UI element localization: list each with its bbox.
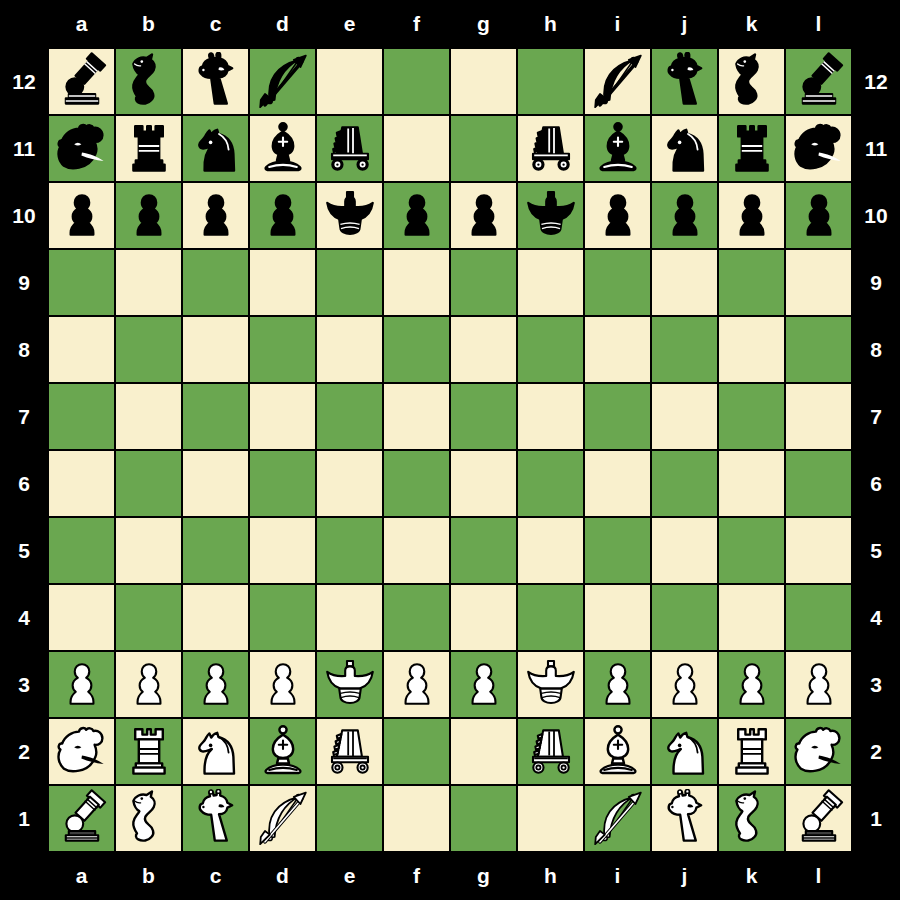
piece-black-bishop[interactable] xyxy=(253,119,313,179)
square-d12[interactable] xyxy=(249,48,316,115)
rank-label-left-4: 4 xyxy=(18,606,30,630)
piece-white-machine[interactable] xyxy=(521,722,581,782)
square-b4[interactable] xyxy=(115,584,182,651)
square-l3[interactable] xyxy=(785,651,852,718)
square-f12[interactable] xyxy=(383,48,450,115)
square-k8[interactable] xyxy=(718,316,785,383)
piece-black-pawn[interactable] xyxy=(56,190,108,242)
square-a8[interactable] xyxy=(48,316,115,383)
black-pawn-icon xyxy=(592,190,644,242)
square-g10[interactable] xyxy=(450,182,517,249)
piece-black-royal[interactable] xyxy=(318,186,382,246)
square-i12[interactable] xyxy=(584,48,651,115)
square-g2[interactable] xyxy=(450,718,517,785)
white-machine-icon xyxy=(320,722,380,782)
piece-black-machine[interactable] xyxy=(320,119,380,179)
rank-label-right-9: 9 xyxy=(870,271,882,295)
square-g6[interactable] xyxy=(450,450,517,517)
square-c12[interactable] xyxy=(182,48,249,115)
black-bishop-icon xyxy=(253,119,313,179)
square-l11[interactable] xyxy=(785,115,852,182)
square-l1[interactable] xyxy=(785,785,852,852)
square-i6[interactable] xyxy=(584,450,651,517)
piece-white-pawn[interactable] xyxy=(123,659,175,711)
square-f10[interactable] xyxy=(383,182,450,249)
square-i4[interactable] xyxy=(584,584,651,651)
square-g1[interactable] xyxy=(450,785,517,852)
square-h5[interactable] xyxy=(517,517,584,584)
piece-white-rook[interactable] xyxy=(119,722,179,782)
square-k10[interactable] xyxy=(718,182,785,249)
square-d8[interactable] xyxy=(249,316,316,383)
piece-white-elephant[interactable] xyxy=(789,722,849,782)
square-l8[interactable] xyxy=(785,316,852,383)
square-c5[interactable] xyxy=(182,517,249,584)
file-label-bottom-j: j xyxy=(682,864,688,888)
piece-black-pawn[interactable] xyxy=(592,190,644,242)
square-g12[interactable] xyxy=(450,48,517,115)
rank-label-left-9: 9 xyxy=(18,271,30,295)
square-e8[interactable] xyxy=(316,316,383,383)
square-i7[interactable] xyxy=(584,383,651,450)
white-knight-icon xyxy=(655,722,715,782)
rank-label-right-2: 2 xyxy=(870,740,882,764)
rank-labels-right: 121110987654321 xyxy=(852,48,900,852)
square-j11[interactable] xyxy=(651,115,718,182)
black-pawn-icon xyxy=(458,190,510,242)
square-l10[interactable] xyxy=(785,182,852,249)
piece-black-machine[interactable] xyxy=(521,119,581,179)
white-pawn-icon xyxy=(659,659,711,711)
rank-label-left-11: 11 xyxy=(13,137,35,161)
square-e4[interactable] xyxy=(316,584,383,651)
square-j10[interactable] xyxy=(651,182,718,249)
square-b3[interactable] xyxy=(115,651,182,718)
square-c8[interactable] xyxy=(182,316,249,383)
square-a1[interactable] xyxy=(48,785,115,852)
piece-white-royal[interactable] xyxy=(318,655,382,715)
square-g9[interactable] xyxy=(450,249,517,316)
square-l2[interactable] xyxy=(785,718,852,785)
file-label-bottom-f: f xyxy=(413,864,420,888)
file-label-top-d: d xyxy=(276,12,289,36)
square-g3[interactable] xyxy=(450,651,517,718)
piece-white-pawn[interactable] xyxy=(190,659,242,711)
rank-label-right-1: 1 xyxy=(870,807,882,831)
white-bow-icon xyxy=(253,789,313,849)
black-pawn-icon xyxy=(257,190,309,242)
square-c2[interactable] xyxy=(182,718,249,785)
piece-black-pawn[interactable] xyxy=(659,190,711,242)
black-cannon-icon xyxy=(52,52,112,112)
piece-black-knight[interactable] xyxy=(186,119,246,179)
rank-label-left-6: 6 xyxy=(18,472,30,496)
square-l6[interactable] xyxy=(785,450,852,517)
square-e11[interactable] xyxy=(316,115,383,182)
rank-label-left-7: 7 xyxy=(18,405,30,429)
square-l9[interactable] xyxy=(785,249,852,316)
white-elephant-icon xyxy=(52,722,112,782)
piece-black-rook[interactable] xyxy=(119,119,179,179)
square-i2[interactable] xyxy=(584,718,651,785)
square-b1[interactable] xyxy=(115,785,182,852)
white-pawn-icon xyxy=(56,659,108,711)
rank-label-right-7: 7 xyxy=(870,405,882,429)
square-c6[interactable] xyxy=(182,450,249,517)
file-label-bottom-e: e xyxy=(344,864,356,888)
piece-black-elephant[interactable] xyxy=(789,119,849,179)
square-a12[interactable] xyxy=(48,48,115,115)
piece-white-bow[interactable] xyxy=(588,789,648,849)
piece-black-rook[interactable] xyxy=(722,119,782,179)
square-d1[interactable] xyxy=(249,785,316,852)
file-label-top-a: a xyxy=(76,12,88,36)
black-machine-icon xyxy=(521,119,581,179)
white-pawn-icon xyxy=(190,659,242,711)
square-d3[interactable] xyxy=(249,651,316,718)
white-royal-icon xyxy=(318,655,382,715)
file-label-bottom-l: l xyxy=(816,864,822,888)
piece-white-camel[interactable] xyxy=(119,789,179,849)
square-h3[interactable] xyxy=(517,651,584,718)
file-label-top-c: c xyxy=(210,12,222,36)
square-g8[interactable] xyxy=(450,316,517,383)
square-j9[interactable] xyxy=(651,249,718,316)
square-k7[interactable] xyxy=(718,383,785,450)
square-h7[interactable] xyxy=(517,383,584,450)
piece-black-giraffe[interactable] xyxy=(655,52,715,112)
black-knight-icon xyxy=(655,119,715,179)
white-giraffe-icon xyxy=(186,789,246,849)
rank-label-left-5: 5 xyxy=(18,539,30,563)
rank-label-right-5: 5 xyxy=(870,539,882,563)
square-g5[interactable] xyxy=(450,517,517,584)
square-e10[interactable] xyxy=(316,182,383,249)
black-pawn-icon xyxy=(56,190,108,242)
black-pawn-icon xyxy=(391,190,443,242)
square-l4[interactable] xyxy=(785,584,852,651)
piece-black-pawn[interactable] xyxy=(726,190,778,242)
square-f6[interactable] xyxy=(383,450,450,517)
square-e3[interactable] xyxy=(316,651,383,718)
square-a9[interactable] xyxy=(48,249,115,316)
piece-black-knight[interactable] xyxy=(655,119,715,179)
square-j12[interactable] xyxy=(651,48,718,115)
square-f3[interactable] xyxy=(383,651,450,718)
square-h9[interactable] xyxy=(517,249,584,316)
black-bow-icon xyxy=(253,52,313,112)
file-label-bottom-g: g xyxy=(477,864,490,888)
square-d11[interactable] xyxy=(249,115,316,182)
square-a11[interactable] xyxy=(48,115,115,182)
file-label-bottom-i: i xyxy=(615,864,621,888)
black-camel-icon xyxy=(119,52,179,112)
square-j3[interactable] xyxy=(651,651,718,718)
piece-black-cannon[interactable] xyxy=(789,52,849,112)
square-a7[interactable] xyxy=(48,383,115,450)
black-cannon-icon xyxy=(789,52,849,112)
white-elephant-icon xyxy=(789,722,849,782)
rank-label-right-3: 3 xyxy=(870,673,882,697)
square-c1[interactable] xyxy=(182,785,249,852)
file-label-top-b: b xyxy=(142,12,155,36)
square-b6[interactable] xyxy=(115,450,182,517)
square-k4[interactable] xyxy=(718,584,785,651)
square-l12[interactable] xyxy=(785,48,852,115)
piece-white-pawn[interactable] xyxy=(793,659,845,711)
file-label-top-k: k xyxy=(746,12,758,36)
file-label-top-i: i xyxy=(615,12,621,36)
white-pawn-icon xyxy=(123,659,175,711)
square-f11[interactable] xyxy=(383,115,450,182)
black-pawn-icon xyxy=(659,190,711,242)
square-k6[interactable] xyxy=(718,450,785,517)
square-l7[interactable] xyxy=(785,383,852,450)
piece-black-camel[interactable] xyxy=(119,52,179,112)
piece-white-giraffe[interactable] xyxy=(186,789,246,849)
white-bishop-icon xyxy=(588,722,648,782)
piece-white-knight[interactable] xyxy=(186,722,246,782)
white-rook-icon xyxy=(722,722,782,782)
square-d5[interactable] xyxy=(249,517,316,584)
square-h8[interactable] xyxy=(517,316,584,383)
square-k5[interactable] xyxy=(718,517,785,584)
piece-white-pawn[interactable] xyxy=(56,659,108,711)
black-pawn-icon xyxy=(190,190,242,242)
file-label-bottom-h: h xyxy=(544,864,557,888)
white-pawn-icon xyxy=(458,659,510,711)
square-j1[interactable] xyxy=(651,785,718,852)
file-label-top-l: l xyxy=(816,12,822,36)
piece-black-cannon[interactable] xyxy=(52,52,112,112)
piece-black-bishop[interactable] xyxy=(588,119,648,179)
square-a6[interactable] xyxy=(48,450,115,517)
rank-label-left-10: 10 xyxy=(12,204,35,228)
square-f9[interactable] xyxy=(383,249,450,316)
piece-black-camel[interactable] xyxy=(722,52,782,112)
square-g4[interactable] xyxy=(450,584,517,651)
piece-white-royal[interactable] xyxy=(519,655,583,715)
piece-white-bishop[interactable] xyxy=(253,722,313,782)
square-b9[interactable] xyxy=(115,249,182,316)
square-j6[interactable] xyxy=(651,450,718,517)
piece-white-knight[interactable] xyxy=(655,722,715,782)
white-cannon-icon xyxy=(789,789,849,849)
piece-white-giraffe[interactable] xyxy=(655,789,715,849)
rank-label-left-12: 12 xyxy=(12,70,35,94)
square-i11[interactable] xyxy=(584,115,651,182)
piece-white-pawn[interactable] xyxy=(391,659,443,711)
square-c4[interactable] xyxy=(182,584,249,651)
square-a3[interactable] xyxy=(48,651,115,718)
square-a2[interactable] xyxy=(48,718,115,785)
board xyxy=(48,48,852,852)
rank-label-right-10: 10 xyxy=(864,204,887,228)
square-h10[interactable] xyxy=(517,182,584,249)
file-label-top-e: e xyxy=(344,12,356,36)
square-f2[interactable] xyxy=(383,718,450,785)
square-d2[interactable] xyxy=(249,718,316,785)
file-label-bottom-k: k xyxy=(746,864,758,888)
square-a10[interactable] xyxy=(48,182,115,249)
square-h4[interactable] xyxy=(517,584,584,651)
square-e7[interactable] xyxy=(316,383,383,450)
rank-label-right-12: 12 xyxy=(864,70,887,94)
white-pawn-icon xyxy=(592,659,644,711)
square-c9[interactable] xyxy=(182,249,249,316)
piece-white-pawn[interactable] xyxy=(257,659,309,711)
square-d7[interactable] xyxy=(249,383,316,450)
square-k2[interactable] xyxy=(718,718,785,785)
white-pawn-icon xyxy=(793,659,845,711)
piece-white-pawn[interactable] xyxy=(458,659,510,711)
black-rook-icon xyxy=(119,119,179,179)
square-k9[interactable] xyxy=(718,249,785,316)
file-label-bottom-d: d xyxy=(276,864,289,888)
piece-white-camel[interactable] xyxy=(722,789,782,849)
piece-white-machine[interactable] xyxy=(320,722,380,782)
piece-black-elephant[interactable] xyxy=(52,119,112,179)
square-i9[interactable] xyxy=(584,249,651,316)
square-j8[interactable] xyxy=(651,316,718,383)
square-j4[interactable] xyxy=(651,584,718,651)
square-e5[interactable] xyxy=(316,517,383,584)
piece-white-pawn[interactable] xyxy=(659,659,711,711)
piece-black-giraffe[interactable] xyxy=(186,52,246,112)
square-k11[interactable] xyxy=(718,115,785,182)
black-elephant-icon xyxy=(52,119,112,179)
file-labels-top: abcdefghijkl xyxy=(48,0,852,48)
square-h12[interactable] xyxy=(517,48,584,115)
piece-black-bow[interactable] xyxy=(588,52,648,112)
square-i8[interactable] xyxy=(584,316,651,383)
square-h2[interactable] xyxy=(517,718,584,785)
black-camel-icon xyxy=(722,52,782,112)
square-c11[interactable] xyxy=(182,115,249,182)
white-cannon-icon xyxy=(52,789,112,849)
file-labels-bottom: abcdefghijkl xyxy=(48,852,852,900)
square-d9[interactable] xyxy=(249,249,316,316)
piece-black-royal[interactable] xyxy=(519,186,583,246)
square-f1[interactable] xyxy=(383,785,450,852)
file-label-top-h: h xyxy=(544,12,557,36)
square-k1[interactable] xyxy=(718,785,785,852)
square-b2[interactable] xyxy=(115,718,182,785)
square-f4[interactable] xyxy=(383,584,450,651)
piece-white-bishop[interactable] xyxy=(588,722,648,782)
square-f7[interactable] xyxy=(383,383,450,450)
square-j7[interactable] xyxy=(651,383,718,450)
square-k3[interactable] xyxy=(718,651,785,718)
square-c10[interactable] xyxy=(182,182,249,249)
rank-label-left-2: 2 xyxy=(18,740,30,764)
square-c3[interactable] xyxy=(182,651,249,718)
rank-label-right-6: 6 xyxy=(870,472,882,496)
rank-label-right-11: 11 xyxy=(865,137,887,161)
square-g11[interactable] xyxy=(450,115,517,182)
square-d6[interactable] xyxy=(249,450,316,517)
piece-black-pawn[interactable] xyxy=(391,190,443,242)
square-e2[interactable] xyxy=(316,718,383,785)
piece-white-cannon[interactable] xyxy=(52,789,112,849)
square-e9[interactable] xyxy=(316,249,383,316)
piece-white-rook[interactable] xyxy=(722,722,782,782)
black-knight-icon xyxy=(186,119,246,179)
black-bishop-icon xyxy=(588,119,648,179)
square-l5[interactable] xyxy=(785,517,852,584)
square-b11[interactable] xyxy=(115,115,182,182)
rank-label-left-3: 3 xyxy=(18,673,30,697)
white-bow-icon xyxy=(588,789,648,849)
white-pawn-icon xyxy=(257,659,309,711)
piece-black-pawn[interactable] xyxy=(458,190,510,242)
square-b7[interactable] xyxy=(115,383,182,450)
file-label-top-j: j xyxy=(682,12,688,36)
rank-label-left-8: 8 xyxy=(18,338,30,362)
black-bow-icon xyxy=(588,52,648,112)
square-j5[interactable] xyxy=(651,517,718,584)
square-d10[interactable] xyxy=(249,182,316,249)
file-label-top-g: g xyxy=(477,12,490,36)
square-k12[interactable] xyxy=(718,48,785,115)
piece-black-bow[interactable] xyxy=(253,52,313,112)
piece-white-bow[interactable] xyxy=(253,789,313,849)
square-e12[interactable] xyxy=(316,48,383,115)
black-royal-icon xyxy=(318,186,382,246)
square-e6[interactable] xyxy=(316,450,383,517)
square-h11[interactable] xyxy=(517,115,584,182)
piece-black-pawn[interactable] xyxy=(793,190,845,242)
black-royal-icon xyxy=(519,186,583,246)
square-e1[interactable] xyxy=(316,785,383,852)
square-i10[interactable] xyxy=(584,182,651,249)
square-f8[interactable] xyxy=(383,316,450,383)
square-b8[interactable] xyxy=(115,316,182,383)
square-f5[interactable] xyxy=(383,517,450,584)
black-elephant-icon xyxy=(789,119,849,179)
file-label-bottom-a: a xyxy=(76,864,88,888)
black-giraffe-icon xyxy=(186,52,246,112)
square-j2[interactable] xyxy=(651,718,718,785)
piece-white-pawn[interactable] xyxy=(592,659,644,711)
black-pawn-icon xyxy=(726,190,778,242)
square-i5[interactable] xyxy=(584,517,651,584)
piece-black-pawn[interactable] xyxy=(190,190,242,242)
square-b5[interactable] xyxy=(115,517,182,584)
square-g7[interactable] xyxy=(450,383,517,450)
piece-white-cannon[interactable] xyxy=(789,789,849,849)
square-b10[interactable] xyxy=(115,182,182,249)
rank-label-right-8: 8 xyxy=(870,338,882,362)
square-c7[interactable] xyxy=(182,383,249,450)
white-royal-icon xyxy=(519,655,583,715)
square-a5[interactable] xyxy=(48,517,115,584)
piece-black-pawn[interactable] xyxy=(257,190,309,242)
square-i1[interactable] xyxy=(584,785,651,852)
square-h1[interactable] xyxy=(517,785,584,852)
piece-white-elephant[interactable] xyxy=(52,722,112,782)
square-i3[interactable] xyxy=(584,651,651,718)
black-rook-icon xyxy=(722,119,782,179)
square-h6[interactable] xyxy=(517,450,584,517)
piece-black-pawn[interactable] xyxy=(123,190,175,242)
black-pawn-icon xyxy=(793,190,845,242)
piece-white-pawn[interactable] xyxy=(726,659,778,711)
square-b12[interactable] xyxy=(115,48,182,115)
square-d4[interactable] xyxy=(249,584,316,651)
rank-label-right-4: 4 xyxy=(870,606,882,630)
square-a4[interactable] xyxy=(48,584,115,651)
